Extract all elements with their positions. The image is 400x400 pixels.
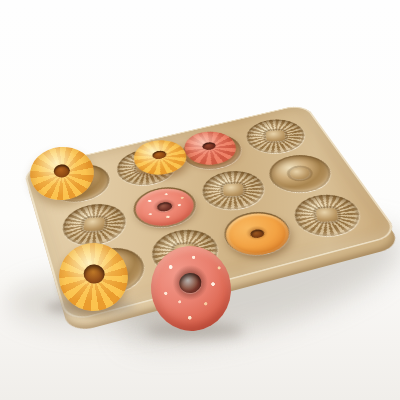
product-photo-scene: [0, 0, 400, 400]
orange-donut-in-pan: [218, 208, 299, 262]
fluted-cavity-r3-c4: [286, 189, 370, 243]
